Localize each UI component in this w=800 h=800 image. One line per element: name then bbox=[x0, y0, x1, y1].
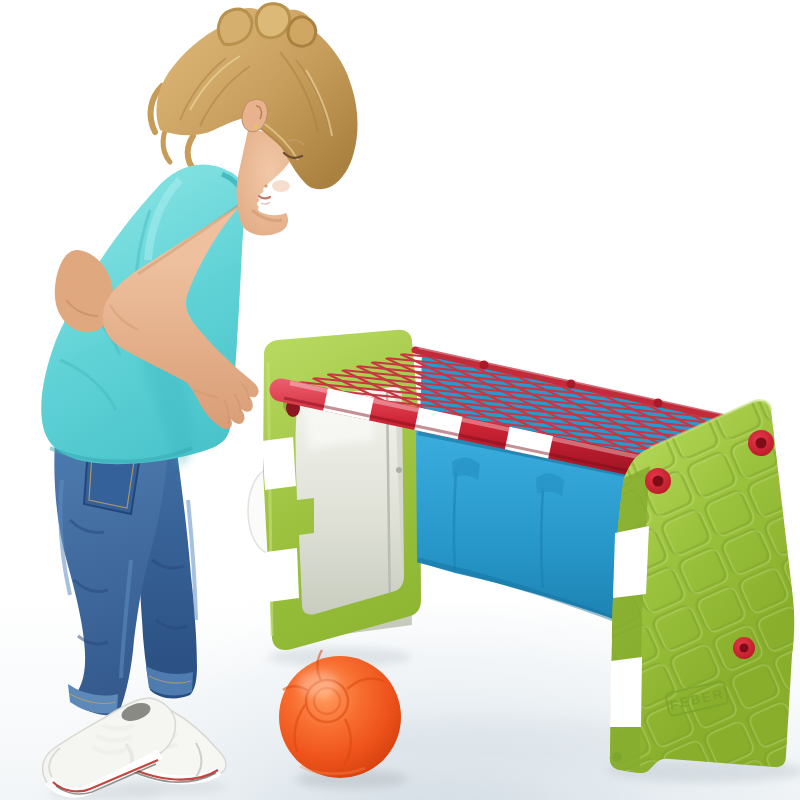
frame-stripe bbox=[266, 548, 299, 602]
photo-stage: FEBER bbox=[0, 0, 800, 800]
screw-cap-center bbox=[653, 476, 664, 487]
nostril bbox=[264, 184, 267, 187]
net-clip bbox=[654, 399, 663, 408]
screw-dimple bbox=[612, 752, 622, 762]
mouth bbox=[259, 196, 270, 198]
child-jeans bbox=[54, 426, 197, 715]
screw-cap-center bbox=[756, 438, 767, 449]
screw-cap-center bbox=[740, 644, 749, 653]
goal-right-panel: FEBER bbox=[610, 401, 794, 773]
ball-highlight bbox=[298, 671, 338, 697]
panel-stripe bbox=[610, 657, 642, 727]
lower-lip bbox=[261, 202, 270, 204]
cheek-blush bbox=[272, 180, 290, 192]
net-clip bbox=[567, 380, 576, 389]
earring bbox=[254, 125, 258, 129]
net-clip bbox=[480, 361, 489, 370]
frame-stripe bbox=[262, 437, 296, 490]
panel-stripe bbox=[613, 526, 649, 598]
window-latch-hole bbox=[396, 467, 402, 473]
toy-ball bbox=[279, 650, 401, 778]
product-photo: FEBER bbox=[0, 0, 800, 800]
